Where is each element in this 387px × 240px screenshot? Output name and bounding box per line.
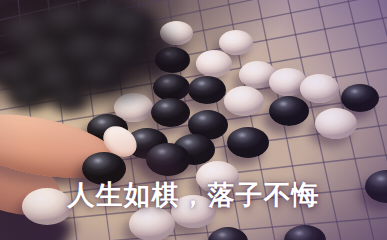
pile-stone: [80, 62, 124, 90]
pile-stone: [110, 10, 154, 40]
white-stone: [219, 30, 253, 55]
black-stone: [269, 96, 309, 126]
white-stone: [300, 74, 339, 103]
white-stone: [22, 188, 72, 225]
caption-text: 人生如棋，落子不悔: [68, 181, 320, 211]
white-stone: [315, 108, 357, 139]
pointing-finger: [0, 98, 160, 190]
black-stone: [341, 84, 379, 112]
white-stone: [129, 207, 175, 240]
white-stone: [224, 86, 264, 116]
go-board-photo: 人生如棋，落子不悔: [0, 0, 387, 240]
black-stone: [227, 127, 269, 158]
